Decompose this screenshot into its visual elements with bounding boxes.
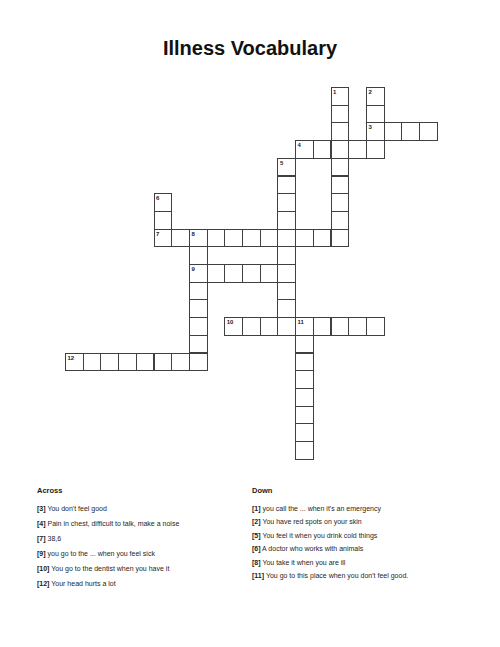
grid-cell-r8c12[interactable] [277, 229, 296, 248]
across-clue-number: [12] [37, 580, 49, 587]
page-title: Illness Vocabulary [0, 38, 500, 59]
grid-cell-r15c1[interactable] [83, 353, 102, 372]
grid-cell-r15c2[interactable] [100, 353, 119, 372]
grid-cell-r3c15[interactable] [331, 140, 350, 159]
grid-cell-r2c15[interactable] [331, 122, 350, 141]
grid-cell-r12c7[interactable] [189, 299, 208, 318]
grid-cell-r4c15[interactable] [331, 158, 350, 177]
down-clue-number: [6] [252, 545, 261, 552]
grid-cell-r7c15[interactable] [331, 211, 350, 230]
down-clue-number: [5] [252, 532, 261, 539]
grid-cell-r15c3[interactable] [118, 353, 137, 372]
down-clue-6: [6] A doctor who works with animals [252, 544, 487, 553]
grid-cell-r19c13[interactable] [295, 423, 314, 442]
grid-cell-r9c12[interactable] [277, 246, 296, 265]
grid-cell-r15c0[interactable]: 12 [65, 353, 84, 372]
grid-cell-r16c13[interactable] [295, 370, 314, 389]
grid-cell-r15c5[interactable] [154, 353, 173, 372]
grid-cell-r17c13[interactable] [295, 388, 314, 407]
grid-cell-r15c6[interactable] [171, 353, 190, 372]
grid-cell-r3c14[interactable] [313, 140, 332, 159]
down-clue-number: [2] [252, 518, 261, 525]
down-clue-8: [8] You take it when you are ill [252, 558, 487, 567]
grid-cell-r8c14[interactable] [313, 229, 332, 248]
down-clue-number: [1] [252, 505, 261, 512]
grid-cell-r13c17[interactable] [366, 317, 385, 336]
grid-cell-r13c9[interactable]: 10 [224, 317, 243, 336]
grid-cell-r8c7[interactable]: 8 [189, 229, 208, 248]
grid-cell-r10c11[interactable] [260, 264, 279, 283]
grid-cell-r12c12[interactable] [277, 299, 296, 318]
cell-number-9: 9 [191, 266, 194, 272]
grid-cell-r6c12[interactable] [277, 193, 296, 212]
down-clue-list: [1] you call the ... when it's an emerge… [252, 504, 487, 580]
across-clue-number: [7] [37, 535, 46, 542]
grid-cell-r11c12[interactable] [277, 282, 296, 301]
grid-cell-r15c13[interactable] [295, 353, 314, 372]
across-clue-3: [3] You don't feel good [37, 504, 242, 513]
down-clue-1: [1] you call the ... when it's an emerge… [252, 504, 487, 513]
grid-cell-r8c11[interactable] [260, 229, 279, 248]
across-clues-section: Across [3] You don't feel good[4] Pain i… [37, 486, 242, 594]
grid-cell-r8c13[interactable] [295, 229, 314, 248]
grid-cell-r2c17[interactable]: 3 [366, 122, 385, 141]
cell-number-1: 1 [333, 89, 336, 95]
grid-cell-r14c13[interactable] [295, 335, 314, 354]
across-clue-list: [3] You don't feel good[4] Pain in chest… [37, 504, 242, 588]
cell-number-10: 10 [227, 319, 233, 325]
grid-cell-r8c6[interactable] [171, 229, 190, 248]
grid-cell-r13c14[interactable] [313, 317, 332, 336]
cell-number-8: 8 [191, 231, 194, 237]
grid-cell-r20c13[interactable] [295, 441, 314, 460]
down-clue-number: [8] [252, 559, 261, 566]
cell-number-7: 7 [156, 231, 159, 237]
grid-cell-r8c5[interactable]: 7 [154, 229, 173, 248]
grid-cell-r6c5[interactable]: 6 [154, 193, 173, 212]
grid-cell-r8c10[interactable] [242, 229, 261, 248]
down-clue-5: [5] You feel it when you drink cold thin… [252, 531, 487, 540]
grid-cell-r10c7[interactable]: 9 [189, 264, 208, 283]
grid-cell-r8c8[interactable] [207, 229, 226, 248]
crossword-grid: 123456789101112 [65, 87, 437, 459]
grid-cell-r0c17[interactable]: 2 [366, 87, 385, 106]
grid-cell-r3c16[interactable] [348, 140, 367, 159]
grid-cell-r6c15[interactable] [331, 193, 350, 212]
grid-cell-r10c9[interactable] [224, 264, 243, 283]
down-clue-2: [2] You have red spots on your skin [252, 517, 487, 526]
across-clue-number: [4] [37, 520, 46, 527]
across-clue-number: [10] [37, 565, 49, 572]
grid-cell-r3c17[interactable] [366, 140, 385, 159]
across-clue-10: [10] You go to the dentist when you have… [37, 564, 242, 573]
grid-cell-r2c19[interactable] [401, 122, 420, 141]
across-header: Across [37, 486, 242, 495]
across-clue-number: [9] [37, 550, 46, 557]
grid-cell-r2c20[interactable] [419, 122, 438, 141]
down-clue-11: [11] You go to this place when you don't… [252, 571, 487, 580]
grid-cell-r3c13[interactable]: 4 [295, 140, 314, 159]
across-clue-number: [3] [37, 505, 46, 512]
grid-cell-r13c13[interactable]: 11 [295, 317, 314, 336]
down-clue-number: [11] [252, 572, 264, 579]
grid-cell-r18c13[interactable] [295, 406, 314, 425]
grid-cell-r8c9[interactable] [224, 229, 243, 248]
cell-number-5: 5 [280, 160, 283, 166]
grid-cell-r10c10[interactable] [242, 264, 261, 283]
grid-cell-r10c8[interactable] [207, 264, 226, 283]
grid-cell-r13c7[interactable] [189, 317, 208, 336]
grid-cell-r5c15[interactable] [331, 176, 350, 195]
cell-number-2: 2 [368, 89, 371, 95]
grid-cell-r7c12[interactable] [277, 211, 296, 230]
grid-cell-r1c15[interactable] [331, 105, 350, 124]
grid-cell-r2c18[interactable] [384, 122, 403, 141]
grid-cell-r13c15[interactable] [331, 317, 350, 336]
across-clue-4: [4] Pain in chest, difficult to talk, ma… [37, 519, 242, 528]
grid-cell-r4c12[interactable]: 5 [277, 158, 296, 177]
cell-number-12: 12 [68, 355, 74, 361]
grid-cell-r1c17[interactable] [366, 105, 385, 124]
grid-cell-r15c4[interactable] [136, 353, 155, 372]
across-clue-7: [7] 38,6 [37, 534, 242, 543]
across-clue-12: [12] Your head hurts a lot [37, 579, 242, 588]
grid-cell-r14c7[interactable] [189, 335, 208, 354]
across-clue-9: [9] you go to the ... when you feel sick [37, 549, 242, 558]
grid-cell-r13c10[interactable] [242, 317, 261, 336]
grid-cell-r9c7[interactable] [189, 246, 208, 265]
grid-cell-r10c12[interactable] [277, 264, 296, 283]
grid-cell-r13c12[interactable] [277, 317, 296, 336]
grid-cell-r0c15[interactable]: 1 [331, 87, 350, 106]
down-clues-section: Down [1] you call the ... when it's an e… [252, 486, 487, 584]
grid-cell-r11c7[interactable] [189, 282, 208, 301]
down-header: Down [252, 486, 487, 495]
cell-number-4: 4 [298, 142, 301, 148]
grid-cell-r15c7[interactable] [189, 353, 208, 372]
cell-number-3: 3 [368, 124, 371, 130]
cell-number-11: 11 [298, 319, 304, 325]
cell-number-6: 6 [156, 195, 159, 201]
grid-cell-r5c12[interactable] [277, 176, 296, 195]
grid-cell-r8c15[interactable] [331, 229, 350, 248]
grid-cell-r13c16[interactable] [348, 317, 367, 336]
grid-cell-r13c11[interactable] [260, 317, 279, 336]
grid-cell-r7c5[interactable] [154, 211, 173, 230]
